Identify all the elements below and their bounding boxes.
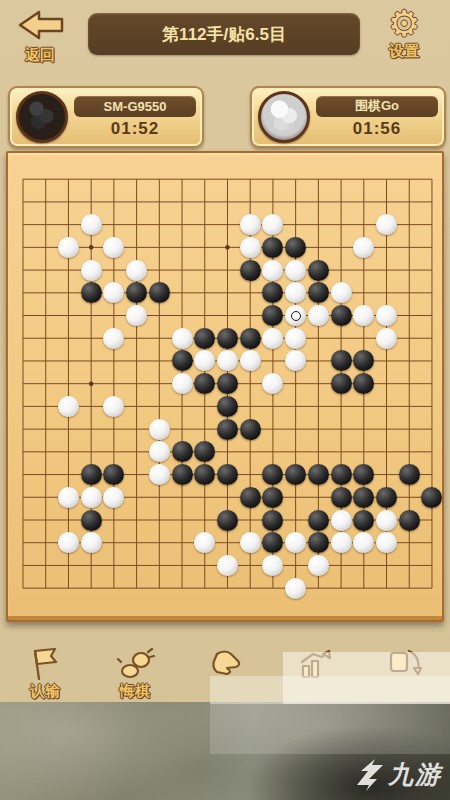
black-stone — [217, 396, 238, 417]
white-player-name-plaque: 围棋Go — [316, 96, 438, 117]
settings-label: 设置 — [389, 42, 419, 61]
black-stone — [217, 510, 238, 531]
white-stone — [58, 237, 79, 258]
undo-move-button[interactable]: 悔棋 — [90, 645, 180, 702]
back-button[interactable]: 返回 — [12, 8, 68, 65]
last-move-marker — [291, 311, 301, 321]
white-stone — [376, 510, 397, 531]
white-stone — [240, 214, 261, 235]
white-stone — [240, 237, 261, 258]
white-stone — [81, 214, 102, 235]
jiuyou-logo-text: 九游 — [388, 758, 442, 791]
black-stone — [308, 510, 329, 531]
white-stone — [331, 532, 352, 553]
white-player-name: 围棋Go — [355, 97, 399, 115]
white-stone — [376, 305, 397, 326]
white-stone — [376, 214, 397, 235]
white-stone — [81, 532, 102, 553]
white-stone — [285, 328, 306, 349]
black-stone — [217, 464, 238, 485]
resign-label: 认输 — [30, 682, 60, 701]
white-stone — [126, 305, 147, 326]
black-stone — [331, 487, 352, 508]
jiuyou-logo: 九游 — [357, 758, 442, 791]
white-stone — [240, 532, 261, 553]
black-player-clock: 01:52 — [111, 119, 159, 139]
black-player-panel: SM-G9550 01:52 — [8, 86, 204, 148]
resign-button[interactable]: 认输 — [0, 645, 90, 702]
black-stone — [172, 441, 193, 462]
black-stone — [240, 419, 261, 440]
black-stone — [217, 373, 238, 394]
black-stone — [240, 260, 261, 281]
undo-stones-icon — [115, 648, 155, 682]
black-stone — [331, 305, 352, 326]
white-stone — [58, 396, 79, 417]
black-stone — [376, 487, 397, 508]
white-stone — [331, 510, 352, 531]
black-stone — [149, 282, 170, 303]
black-stone — [262, 510, 283, 531]
jiuyou-logo-mark — [357, 759, 383, 791]
white-stone — [217, 555, 238, 576]
white-stone — [149, 441, 170, 462]
white-stone — [81, 260, 102, 281]
black-stone — [308, 260, 329, 281]
black-stone — [331, 464, 352, 485]
black-stone — [81, 510, 102, 531]
white-stone — [262, 260, 283, 281]
white-stone — [262, 328, 283, 349]
black-player-avatar — [16, 91, 68, 143]
resign-flag-icon — [25, 648, 65, 682]
white-stone — [58, 532, 79, 553]
white-stone — [172, 328, 193, 349]
white-player-clock: 01:56 — [353, 119, 401, 139]
white-stone — [331, 282, 352, 303]
white-stone — [285, 260, 306, 281]
black-stone — [331, 350, 352, 371]
black-stone — [308, 464, 329, 485]
black-stone — [172, 464, 193, 485]
settings-button[interactable]: ⚙ 设置 — [388, 6, 420, 61]
undo-label: 悔棋 — [120, 682, 150, 701]
black-stone — [399, 510, 420, 531]
white-stone — [126, 260, 147, 281]
black-stone — [194, 328, 215, 349]
white-stone — [149, 419, 170, 440]
black-player-name: SM-G9550 — [104, 99, 167, 114]
move-info-text: 第112手/贴6.5目 — [162, 23, 286, 46]
go-board[interactable] — [6, 151, 444, 622]
back-arrow-icon — [12, 8, 68, 46]
black-stone — [353, 487, 374, 508]
black-stone — [240, 328, 261, 349]
white-stone — [103, 487, 124, 508]
overlay-wash — [210, 702, 450, 754]
white-stone — [103, 328, 124, 349]
white-stone — [81, 487, 102, 508]
black-stone — [240, 487, 261, 508]
white-stone — [240, 350, 261, 371]
back-label: 返回 — [25, 46, 55, 65]
white-player-avatar — [258, 91, 310, 143]
black-stone — [172, 350, 193, 371]
overlay-wash — [210, 676, 450, 704]
gear-icon: ⚙ — [388, 6, 420, 42]
black-stone — [285, 237, 306, 258]
black-stone — [331, 373, 352, 394]
black-player-name-plaque: SM-G9550 — [74, 96, 196, 117]
white-stone — [376, 328, 397, 349]
white-stone — [285, 305, 306, 326]
black-stone — [308, 532, 329, 553]
white-stone — [149, 464, 170, 485]
white-stone — [285, 578, 306, 599]
go-app-screen: { "topbar": { "back_label": "返回", "title… — [0, 0, 450, 800]
white-stone — [58, 487, 79, 508]
black-stone — [217, 419, 238, 440]
white-stone — [308, 305, 329, 326]
black-stone — [217, 328, 238, 349]
white-stone — [308, 555, 329, 576]
white-stone — [172, 373, 193, 394]
black-stone — [353, 510, 374, 531]
black-stone — [81, 464, 102, 485]
black-stone — [81, 282, 102, 303]
black-stone — [399, 464, 420, 485]
white-player-panel: 围棋Go 01:56 — [250, 86, 446, 148]
move-info-plaque: 第112手/贴6.5目 — [88, 13, 360, 55]
